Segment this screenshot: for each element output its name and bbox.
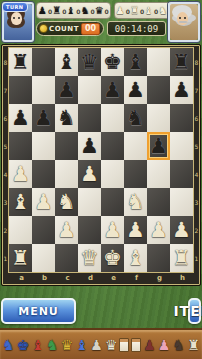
square-e8[interactable]: ♚ [101,48,124,76]
hud-center: ♟0♜0♝0♞0♛0 ♟0♜0♝0♞0♛0 COUNT 00 00:14:09 [36,2,166,40]
square-b3[interactable]: ♟ [32,188,55,216]
square-b1[interactable] [32,244,55,272]
rank-label-8: 8 [2,48,9,76]
avatar-right-mustache [179,21,187,23]
black-bishop-f8: ♝ [126,52,145,73]
square-g1[interactable] [147,244,170,272]
square-h6[interactable] [170,104,193,132]
square-e1[interactable]: ♚ [101,244,124,272]
file-label-c: c [56,272,79,283]
square-b2[interactable] [32,216,55,244]
black-rook-h8: ♜ [172,52,191,73]
square-g2[interactable]: ♟ [147,216,170,244]
rank-labels-left: 87654321 [2,48,9,272]
square-f8[interactable]: ♝ [124,48,147,76]
square-a8[interactable]: ♜ [9,48,32,76]
count-box: COUNT 00 [36,21,104,36]
captured-bishop-black-icon: ♝0 [66,6,80,16]
square-c1[interactable] [55,244,78,272]
captured-pawn-black-icon: ♟0 [38,6,52,16]
white-card-item[interactable] [131,338,141,352]
black-pawn-b6: ♟ [34,108,53,129]
square-d8[interactable]: ♛ [78,48,101,76]
captured-rook-black-icon: ♜0 [52,6,66,16]
blue-king-item[interactable]: ♚ [16,338,29,352]
white-pawn-b3: ♟ [34,192,53,213]
rank-label-3: 3 [193,188,200,216]
black-pawn-e7: ♟ [103,80,122,101]
white-pawn-e2: ♟ [103,220,122,241]
square-g6[interactable] [147,104,170,132]
black-rook-a8: ♜ [11,52,30,73]
file-label-f: f [125,272,148,283]
square-h3[interactable] [170,188,193,216]
square-h1[interactable]: ♜ [170,244,193,272]
file-label-h: h [171,272,194,283]
square-a1[interactable]: ♜ [9,244,32,272]
square-b8[interactable] [32,48,55,76]
square-f4[interactable] [124,160,147,188]
square-e4[interactable] [101,160,124,188]
square-a2[interactable] [9,216,32,244]
turn-indicator-badge: TURN [2,2,28,12]
square-h7[interactable]: ♟ [170,76,193,104]
white-bishop-a3: ♝ [11,192,30,213]
black-pawn-c7: ♟ [57,80,76,101]
square-b4[interactable] [32,160,55,188]
captured-queen-black-icon: ♛0 [95,6,109,16]
blue-knight-item[interactable]: ♞ [2,338,15,352]
rank-labels-right: 87654321 [193,48,200,272]
file-label-d: d [79,272,102,283]
square-e3[interactable] [101,188,124,216]
rank-label-2: 2 [193,216,200,244]
rank-label-4: 4 [2,160,9,188]
rank-label-6: 6 [193,104,200,132]
rank-label-8: 8 [193,48,200,76]
rank-label-6: 6 [2,104,9,132]
square-e2[interactable]: ♟ [101,216,124,244]
square-h8[interactable]: ♜ [170,48,193,76]
rank-label-1: 1 [2,244,9,272]
white-rook-h1: ♜ [172,248,191,269]
black-queen-d8: ♛ [80,52,99,73]
count-value-badge: 00 [81,23,100,35]
square-c3[interactable]: ♞ [55,188,78,216]
game-timer: 00:14:09 [107,21,166,36]
red-bishop-item[interactable]: ♝ [31,338,44,352]
board-grid: ♜♝♛♚♝♜♟♟♟♟♟♟♞♞♟♟♟♟♝♟♞♞♟♟♟♟♟♜♛♚♝♜ [9,48,193,272]
green-knight-item[interactable]: ♞ [46,338,59,352]
square-f1[interactable]: ♝ [124,244,147,272]
white-knight-c3: ♞ [57,192,76,213]
white-bishop-f1: ♝ [126,248,145,269]
player-avatar-right [168,2,200,42]
blue-bishop-item[interactable]: ♝ [75,338,88,352]
square-f6[interactable]: ♞ [124,104,147,132]
white-queen-item[interactable]: ♛ [105,338,118,352]
white-queen-d1: ♛ [80,248,99,269]
rank-label-5: 5 [2,132,9,160]
white-pawn-h2: ♟ [172,220,191,241]
square-g5[interactable]: ♟ [147,132,170,160]
square-h5[interactable] [170,132,193,160]
captured-bishop-white-icon: ♝0 [144,6,158,16]
square-h4[interactable] [170,160,193,188]
white-pawn-d4: ♟ [80,164,99,185]
black-knight-f6: ♞ [126,108,145,129]
white-rook-item[interactable]: ♜ [187,338,200,352]
square-d5[interactable]: ♟ [78,132,101,160]
square-c4[interactable] [55,160,78,188]
captured-knight-black-icon: ♞0 [80,6,94,16]
square-g7[interactable] [147,76,170,104]
item-tray: ♞♚♝♞♛♝♟♛♟♟♞♜ [0,328,202,359]
square-f5[interactable] [124,132,147,160]
square-c2[interactable]: ♟ [55,216,78,244]
avatar-left-eye [13,17,15,19]
file-label-a: a [10,272,33,283]
white-pawn-c2: ♟ [57,220,76,241]
file-labels: abcdefgh [2,272,200,283]
square-a5[interactable] [9,132,32,160]
captured-pieces-row: ♟0♜0♝0♞0♛0 ♟0♜0♝0♞0♛0 [36,2,166,19]
captured-queen-count: 0 [105,8,109,15]
info-row: COUNT 00 00:14:09 [36,21,166,36]
square-d3[interactable] [78,188,101,216]
square-d6[interactable] [78,104,101,132]
square-g4[interactable] [147,160,170,188]
file-label-b: b [33,272,56,283]
chess-board: 87654321 ♜♝♛♚♝♜♟♟♟♟♟♟♞♞♟♟♟♟♝♟♞♞♟♟♟♟♟♜♛♚♝… [1,44,201,286]
rank-label-7: 7 [2,76,9,104]
dark-knight-item[interactable]: ♞ [172,338,185,352]
square-c5[interactable] [55,132,78,160]
square-a7[interactable] [9,76,32,104]
square-b7[interactable] [32,76,55,104]
square-d2[interactable] [78,216,101,244]
white-rook-a1: ♜ [11,248,30,269]
black-pawn-g5: ♟ [149,136,168,157]
header-bar: TURN ♟0♜0♝0♞0♛0 ♟0♜0♝0♞0♛0 COUNT 00 00:1… [0,1,202,41]
avatar-right-eye [179,17,181,19]
square-f2[interactable]: ♟ [124,216,147,244]
square-a3[interactable]: ♝ [9,188,32,216]
item-button[interactable]: ITEM [188,298,201,324]
rank-label-7: 7 [193,76,200,104]
square-a6[interactable]: ♟ [9,104,32,132]
square-c6[interactable]: ♞ [55,104,78,132]
square-g3[interactable] [147,188,170,216]
black-pawn-h7: ♟ [172,80,191,101]
square-h2[interactable]: ♟ [170,216,193,244]
square-b5[interactable] [32,132,55,160]
square-d4[interactable]: ♟ [78,160,101,188]
file-label-g: g [148,272,171,283]
silver-pawn-item[interactable]: ♟ [90,338,103,352]
avatar-right-eye [184,17,186,19]
square-c8[interactable]: ♝ [55,48,78,76]
black-bishop-c8: ♝ [57,52,76,73]
white-knight-f3: ♞ [126,192,145,213]
white-pawn-g2: ♟ [149,220,168,241]
black-pawn-f7: ♟ [126,80,145,101]
pink-pawn-item[interactable]: ♟ [158,338,171,352]
captured-pawn-white-icon: ♟0 [116,6,130,16]
chess-app-screen: TURN ♟0♜0♝0♞0♛0 ♟0♜0♝0♞0♛0 COUNT 00 00:1… [0,0,202,359]
black-knight-c6: ♞ [57,108,76,129]
square-e7[interactable]: ♟ [101,76,124,104]
file-label-e: e [102,272,125,283]
square-a4[interactable]: ♟ [9,160,32,188]
player-avatar-left: TURN [2,2,34,42]
rank-label-2: 2 [2,216,9,244]
rank-label-5: 5 [193,132,200,160]
captured-rook-white-icon: ♜0 [130,6,144,16]
square-d7[interactable] [78,76,101,104]
captured-tray-black-pieces: ♟0♜0♝0♞0♛0 [36,2,111,19]
clock-icon [40,25,47,32]
white-pawn-a4: ♟ [11,164,30,185]
black-pawn-d5: ♟ [80,136,99,157]
square-g8[interactable] [147,48,170,76]
yellow-queen-item[interactable]: ♛ [61,338,74,352]
rank-label-1: 1 [193,244,200,272]
square-c7[interactable]: ♟ [55,76,78,104]
black-king-e8: ♚ [103,52,122,73]
white-pawn-f2: ♟ [126,220,145,241]
square-b6[interactable]: ♟ [32,104,55,132]
square-f3[interactable]: ♞ [124,188,147,216]
brown-card-item[interactable] [119,338,129,352]
square-d1[interactable]: ♛ [78,244,101,272]
avatar-left-eye [18,17,20,19]
black-pawn-a6: ♟ [11,108,30,129]
square-e6[interactable] [101,104,124,132]
square-e5[interactable] [101,132,124,160]
rank-label-4: 4 [193,160,200,188]
square-f7[interactable]: ♟ [124,76,147,104]
menu-button[interactable]: MENU [1,298,76,324]
white-king-e1: ♚ [103,248,122,269]
count-label: COUNT [49,25,79,33]
darkred-pawn-item[interactable]: ♟ [143,338,156,352]
rank-label-3: 3 [2,188,9,216]
